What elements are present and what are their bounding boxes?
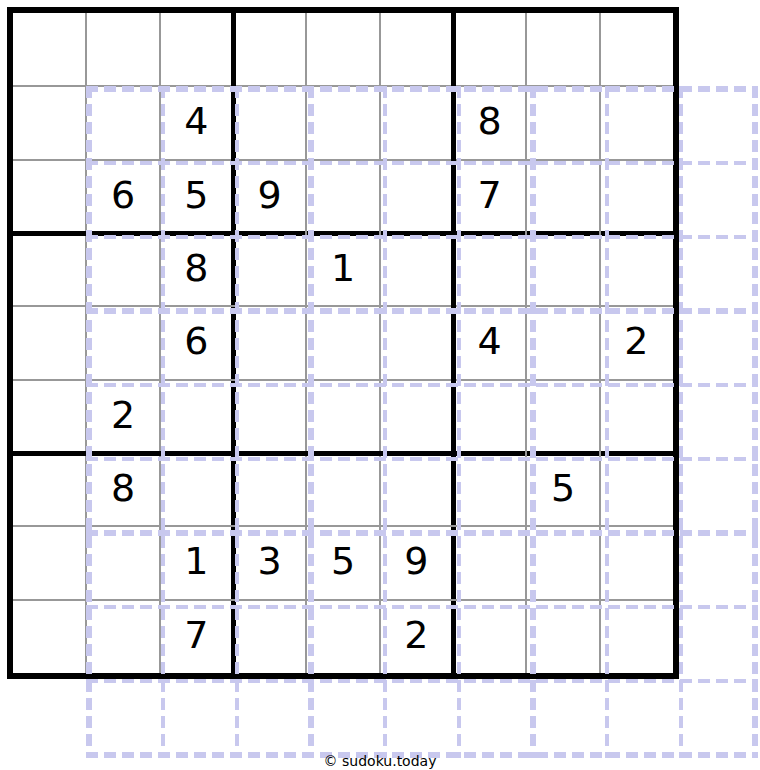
cell-r4c2[interactable] (86, 233, 159, 306)
cell-r7c5[interactable] (306, 453, 379, 526)
dashed-line-vertical-8 (679, 86, 683, 758)
cell-r9c7[interactable] (453, 600, 526, 673)
cell-r1c1[interactable] (13, 13, 86, 86)
given-digit-r7c8[interactable]: 5 (526, 453, 599, 526)
cell-r6c8[interactable] (526, 380, 599, 453)
cell-r9c1[interactable] (13, 600, 86, 673)
cell-r6c6[interactable] (380, 380, 453, 453)
cell-r9c9[interactable] (600, 600, 673, 673)
cell-r8c2[interactable] (86, 526, 159, 599)
cell-r1c9[interactable] (600, 13, 673, 86)
cell-r6c1[interactable] (13, 380, 86, 453)
cell-r6c7[interactable] (453, 380, 526, 453)
cell-r1c7[interactable] (453, 13, 526, 86)
given-digit-r5c9[interactable]: 2 (600, 306, 673, 379)
cell-r2c6[interactable] (380, 86, 453, 159)
given-digit-r8c4[interactable]: 3 (233, 526, 306, 599)
cell-r9c4[interactable] (233, 600, 306, 673)
cell-r2c9[interactable] (600, 86, 673, 159)
cell-r2c1[interactable] (13, 86, 86, 159)
given-digit-r8c3[interactable]: 1 (160, 526, 233, 599)
cell-r6c9[interactable] (600, 380, 673, 453)
given-digit-r6c2[interactable]: 2 (86, 380, 159, 453)
cell-r5c4[interactable] (233, 306, 306, 379)
cell-r4c7[interactable] (453, 233, 526, 306)
cell-r4c4[interactable] (233, 233, 306, 306)
cell-r8c9[interactable] (600, 526, 673, 599)
cell-r4c8[interactable] (526, 233, 599, 306)
given-digit-r4c3[interactable]: 8 (160, 233, 233, 306)
cell-r3c5[interactable] (306, 160, 379, 233)
cell-r9c2[interactable] (86, 600, 159, 673)
cell-r4c1[interactable] (13, 233, 86, 306)
cell-r2c2[interactable] (86, 86, 159, 159)
cell-r1c4[interactable] (233, 13, 306, 86)
cell-r5c1[interactable] (13, 306, 86, 379)
dashed-line-horizontal-8 (86, 679, 758, 683)
cell-r9c5[interactable] (306, 600, 379, 673)
cell-r3c1[interactable] (13, 160, 86, 233)
cell-r7c6[interactable] (380, 453, 453, 526)
cell-r7c3[interactable] (160, 453, 233, 526)
cell-r5c2[interactable] (86, 306, 159, 379)
cell-r7c9[interactable] (600, 453, 673, 526)
given-digit-r2c7[interactable]: 8 (453, 86, 526, 159)
cell-r7c1[interactable] (13, 453, 86, 526)
given-digit-r5c3[interactable]: 6 (160, 306, 233, 379)
cell-r8c8[interactable] (526, 526, 599, 599)
cell-r6c3[interactable] (160, 380, 233, 453)
given-digit-r4c5[interactable]: 1 (306, 233, 379, 306)
given-digit-r8c6[interactable]: 9 (380, 526, 453, 599)
given-digit-r7c2[interactable]: 8 (86, 453, 159, 526)
puzzle-page: 48659781642285135972 © sudoku.today (0, 0, 760, 770)
board-cells: 48659781642285135972 (13, 13, 673, 673)
given-digit-r2c3[interactable]: 4 (160, 86, 233, 159)
cell-r7c4[interactable] (233, 453, 306, 526)
cell-r9c8[interactable] (526, 600, 599, 673)
cell-r5c5[interactable] (306, 306, 379, 379)
cell-r4c6[interactable] (380, 233, 453, 306)
cell-r4c9[interactable] (600, 233, 673, 306)
cell-r8c1[interactable] (13, 526, 86, 599)
cell-r1c3[interactable] (160, 13, 233, 86)
cell-r1c5[interactable] (306, 13, 379, 86)
cell-r6c4[interactable] (233, 380, 306, 453)
cell-r2c4[interactable] (233, 86, 306, 159)
given-digit-r3c4[interactable]: 9 (233, 160, 306, 233)
cell-r2c8[interactable] (526, 86, 599, 159)
given-digit-r5c7[interactable]: 4 (453, 306, 526, 379)
given-digit-r9c6[interactable]: 2 (380, 600, 453, 673)
cell-r3c6[interactable] (380, 160, 453, 233)
sudoku-board: 48659781642285135972 (7, 7, 679, 679)
cell-r1c2[interactable] (86, 13, 159, 86)
cell-r5c8[interactable] (526, 306, 599, 379)
cell-r2c5[interactable] (306, 86, 379, 159)
cell-r6c5[interactable] (306, 380, 379, 453)
given-digit-r8c5[interactable]: 5 (306, 526, 379, 599)
given-digit-r3c7[interactable]: 7 (453, 160, 526, 233)
cell-r5c6[interactable] (380, 306, 453, 379)
cell-r1c8[interactable] (526, 13, 599, 86)
cell-r1c6[interactable] (380, 13, 453, 86)
cell-r3c8[interactable] (526, 160, 599, 233)
cell-r8c7[interactable] (453, 526, 526, 599)
cell-r7c7[interactable] (453, 453, 526, 526)
cell-r3c9[interactable] (600, 160, 673, 233)
given-digit-r9c3[interactable]: 7 (160, 600, 233, 673)
given-digit-r3c3[interactable]: 5 (160, 160, 233, 233)
dashed-line-vertical-9 (752, 86, 758, 758)
copyright-text: © sudoku.today (0, 753, 760, 769)
given-digit-r3c2[interactable]: 6 (86, 160, 159, 233)
